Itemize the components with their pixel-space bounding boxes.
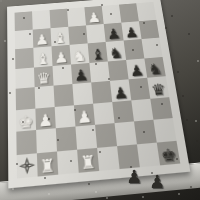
chess-piece-black-Q[interactable]: ♛ — [148, 80, 169, 98]
chess-piece-white-B[interactable]: ♝ — [51, 30, 70, 46]
board-square[interactable] — [68, 25, 87, 45]
board-square[interactable] — [139, 19, 160, 39]
board-square[interactable]: ♟ — [110, 79, 131, 101]
chess-piece-black-N[interactable]: ♞ — [106, 44, 126, 61]
chess-board-sheet: ♟♟♝♟♟♝♟♞♝♞♛♟♟♞♟♛♚♟♟♜♜♚ — [7, 0, 190, 188]
board-square[interactable]: ♛ — [147, 76, 169, 98]
board-square[interactable] — [150, 97, 172, 120]
chess-piece-black-B[interactable]: ♝ — [88, 46, 108, 63]
board-square[interactable] — [75, 125, 97, 149]
chess-board-grid: ♟♟♝♟♟♝♟♞♝♞♛♟♟♞♟♛♚♟♟♜♜♚ — [15, 2, 181, 179]
chess-piece-white-P[interactable]: ♟ — [74, 108, 95, 127]
board-square[interactable]: ♚ — [16, 108, 36, 132]
dust-speckles-dark — [0, 0, 2, 2]
board-square[interactable] — [93, 102, 114, 125]
dust-speckles-light — [0, 0, 2, 2]
chessboard-photo: ♟♟♝♟♟♝♟♞♝♞♛♟♟♞♟♛♚♟♟♜♜♚ ♟ ♟ — [0, 0, 200, 200]
board-square[interactable] — [56, 127, 77, 151]
board-square[interactable] — [15, 48, 34, 69]
chess-piece-white-R[interactable]: ♜ — [37, 156, 58, 177]
board-square[interactable]: ♟ — [74, 103, 95, 126]
board-square[interactable] — [95, 123, 117, 147]
board-square[interactable]: ♚ — [157, 140, 181, 165]
board-square[interactable] — [97, 146, 120, 171]
chess-piece-black-P[interactable]: ♟ — [110, 84, 131, 102]
board-square[interactable] — [15, 29, 34, 49]
board-square[interactable]: ♞ — [144, 57, 165, 78]
board-square[interactable] — [17, 153, 38, 179]
chess-piece-white-P[interactable]: ♟ — [85, 10, 104, 25]
chess-piece-white-R[interactable]: ♜ — [77, 152, 99, 173]
board-square[interactable] — [52, 64, 72, 86]
board-square[interactable]: ♟ — [51, 45, 70, 66]
chess-piece-black-P[interactable]: ♟ — [71, 67, 91, 84]
board-square[interactable] — [91, 81, 112, 103]
board-square[interactable] — [36, 128, 57, 153]
board-square[interactable]: ♟ — [71, 63, 91, 84]
board-square[interactable] — [50, 9, 69, 28]
board-square[interactable]: ♝ — [51, 26, 70, 46]
board-square[interactable] — [89, 61, 110, 82]
board-square[interactable] — [16, 87, 36, 110]
board-square[interactable] — [35, 86, 55, 109]
chess-piece-black-P[interactable]: ♟ — [122, 25, 142, 41]
board-square[interactable] — [67, 7, 86, 26]
board-square[interactable] — [57, 149, 79, 175]
chess-piece-white-N[interactable]: ♞ — [70, 47, 90, 64]
board-square[interactable]: ♝ — [33, 46, 52, 67]
board-square[interactable]: ♛ — [34, 66, 54, 88]
board-square[interactable]: ♟ — [84, 6, 103, 25]
board-square[interactable] — [55, 105, 76, 128]
board-logo-emblem — [19, 156, 36, 174]
board-square[interactable] — [15, 11, 33, 30]
board-square[interactable] — [16, 130, 37, 155]
board-square[interactable] — [142, 38, 163, 58]
chess-piece-white-K[interactable]: ♚ — [16, 113, 36, 132]
board-square[interactable]: ♝ — [88, 42, 108, 63]
board-square[interactable]: ♞ — [70, 43, 90, 64]
board-square[interactable]: ♜ — [37, 151, 58, 177]
board-square[interactable] — [136, 2, 156, 21]
chess-piece-black-P[interactable]: ♟ — [104, 26, 124, 42]
chess-piece-white-P[interactable]: ♟ — [33, 32, 52, 48]
board-square[interactable] — [32, 10, 50, 29]
chess-piece-black-P[interactable]: ♟ — [127, 62, 148, 79]
board-square[interactable] — [86, 24, 106, 44]
board-square[interactable]: ♜ — [77, 147, 99, 172]
chess-piece-white-Q[interactable]: ♛ — [34, 70, 53, 87]
captured-black-pawn[interactable]: ♟ — [126, 168, 142, 186]
board-square[interactable]: ♟ — [35, 106, 55, 129]
board-square[interactable]: ♟ — [121, 21, 141, 41]
chess-piece-black-N[interactable]: ♞ — [145, 61, 166, 78]
board-square[interactable]: ♟ — [104, 22, 124, 42]
board-square[interactable] — [108, 60, 129, 81]
board-square[interactable]: ♟ — [33, 28, 52, 48]
chess-piece-black-K[interactable]: ♚ — [157, 145, 180, 165]
board-square[interactable] — [102, 5, 122, 24]
chess-piece-white-P[interactable]: ♟ — [52, 49, 71, 66]
captured-black-pawn[interactable]: ♟ — [149, 173, 165, 191]
board-square[interactable] — [54, 84, 74, 106]
chess-piece-white-P[interactable]: ♟ — [35, 111, 55, 130]
board-square[interactable] — [72, 82, 93, 104]
board-square[interactable] — [153, 118, 176, 142]
chess-piece-white-B[interactable]: ♝ — [33, 50, 52, 67]
board-square[interactable] — [15, 67, 34, 89]
board-square[interactable]: ♞ — [106, 40, 126, 61]
